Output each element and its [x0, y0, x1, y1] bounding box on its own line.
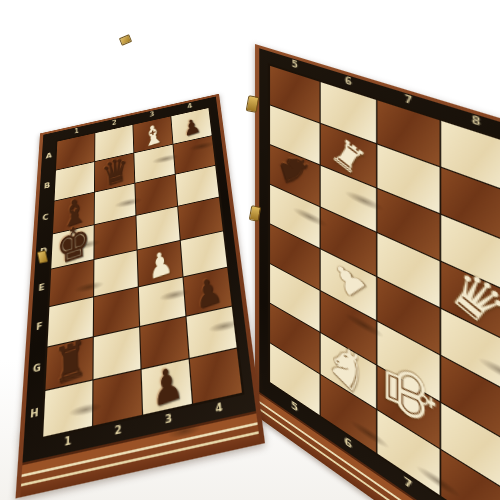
- row-label-B: B: [42, 181, 51, 190]
- square-H4: [190, 349, 242, 404]
- scene-caption: Folding wooden magnetic chess set standi…: [0, 0, 1, 1]
- col-label-bottom-3: 3: [163, 413, 175, 427]
- board-left-half: ♝♟♛♝♚♟♟♜♟ ABCDEFGH11223344: [16, 94, 265, 499]
- square-H2: [93, 370, 142, 426]
- board-face-left: ♝♟♛♝♚♟♟♜♟ ABCDEFGH11223344: [22, 97, 256, 463]
- row-label-A: A: [44, 152, 53, 161]
- row-label-E: E: [36, 283, 46, 294]
- col-label-bottom-1: 1: [62, 435, 74, 449]
- row-label-H: H: [28, 407, 40, 420]
- col-label-bottom-4: 4: [213, 402, 226, 416]
- square-H1: [43, 381, 92, 437]
- row-label-G: G: [31, 363, 42, 375]
- board-right-half: ♜♞♛♟♞♚ ABCDEFGH55667788: [255, 44, 500, 500]
- chess-set-photo: Folding wooden magnetic chess set standi…: [0, 0, 500, 500]
- wood-frame-right: ♜♞♛♟♞♚ ABCDEFGH55667788: [255, 44, 500, 500]
- square-H3: [142, 359, 192, 414]
- brass-clasp-icon: [119, 34, 132, 46]
- squares-grid-left: [41, 106, 245, 439]
- col-label-bottom-2: 2: [113, 424, 125, 438]
- wood-frame-left: ♝♟♛♝♚♟♟♜♟ ABCDEFGH11223344: [16, 94, 265, 499]
- row-label-F: F: [34, 321, 45, 333]
- row-label-C: C: [41, 213, 51, 223]
